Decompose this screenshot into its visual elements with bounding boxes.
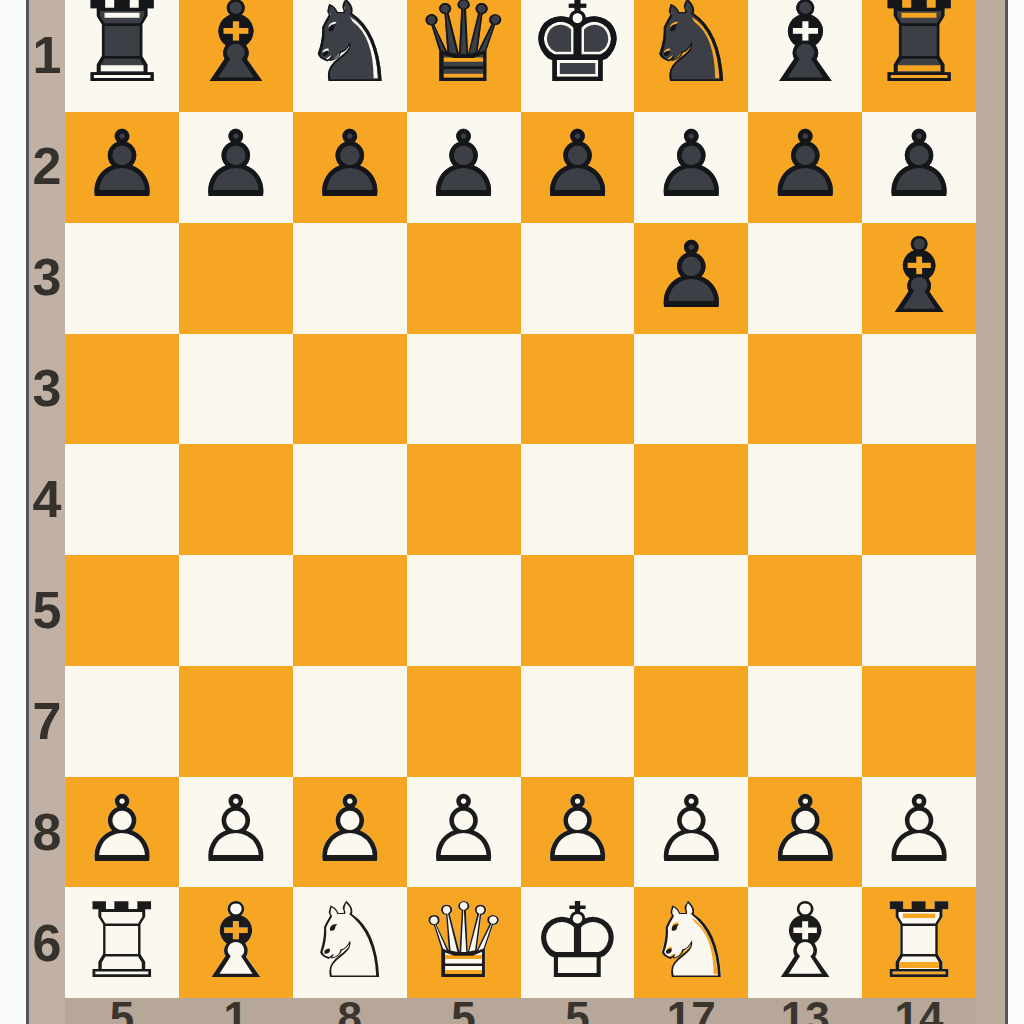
rank-label-1: 1 [33,29,62,81]
square-r3c1[interactable] [65,223,179,334]
file-label-2: 1 [224,996,248,1024]
square-r5c5[interactable] [521,444,635,555]
white-bishop-icon: ♝♗ [189,891,282,995]
square-r6c4[interactable] [407,555,521,666]
black-bishop-icon: ♝♗ [755,0,855,112]
white-pawn-icon: ♟♙ [536,786,618,878]
square-r7c8[interactable] [862,666,976,777]
square-r1c1[interactable]: ♜♖ [65,0,179,112]
square-r3c6[interactable]: ♟♙ [634,223,748,334]
black-pawn-icon: ♟♙ [764,121,846,213]
square-r6c8[interactable] [862,555,976,666]
square-r9c6[interactable]: ♞♘ [634,887,748,998]
rank-label-6: 5 [33,584,62,636]
black-queen-icon: ♛♕ [413,0,513,112]
square-r4c7[interactable] [748,334,862,445]
black-rook-icon: ♜♖ [869,0,969,112]
square-r9c7[interactable]: ♝♗ [748,887,862,998]
white-knight-icon: ♞♘ [645,891,738,995]
square-r5c8[interactable] [862,444,976,555]
black-pawn-icon: ♟♙ [422,121,504,213]
square-r5c4[interactable] [407,444,521,555]
square-r3c2[interactable] [179,223,293,334]
white-pawn-icon: ♟♙ [764,786,846,878]
rank-label-8: 8 [33,806,62,858]
white-rook-icon: ♜♖ [872,891,965,995]
white-pawn-icon: ♟♙ [878,786,960,878]
rank-label-2: 2 [33,140,62,192]
black-pawn-icon: ♟♙ [308,121,390,213]
square-r4c8[interactable] [862,334,976,445]
square-r6c2[interactable] [179,555,293,666]
square-r2c4[interactable]: ♟♙ [407,112,521,223]
square-r7c2[interactable] [179,666,293,777]
square-r9c8[interactable]: ♜♖ [862,887,976,998]
square-r9c2[interactable]: ♝♗ [179,887,293,998]
square-r6c1[interactable] [65,555,179,666]
white-pawn-icon: ♟♙ [650,786,732,878]
file-label-1: 5 [110,996,134,1024]
right-outer-margin [1008,0,1024,1024]
square-r5c6[interactable] [634,444,748,555]
square-r1c5[interactable]: ♚♔ [521,0,635,112]
square-r3c3[interactable] [293,223,407,334]
square-r7c6[interactable] [634,666,748,777]
square-r5c1[interactable] [65,444,179,555]
chess-diagram: ♜♖♝♗♞♘♛♕♚♔♞♘♝♗♜♖♟♙♟♙♟♙♟♙♟♙♟♙♟♙♟♙♟♙♝♗♟♙♟♙… [0,0,1024,1024]
square-r4c4[interactable] [407,334,521,445]
file-label-8: 14 [895,996,944,1024]
square-r2c3[interactable]: ♟♙ [293,112,407,223]
square-r2c5[interactable]: ♟♙ [521,112,635,223]
square-r4c1[interactable] [65,334,179,445]
square-r3c8[interactable]: ♝♗ [862,223,976,334]
black-bishop-icon: ♝♗ [872,226,965,330]
white-pawn-icon: ♟♙ [81,786,163,878]
file-label-6: 17 [667,996,716,1024]
white-queen-icon: ♛♕ [417,891,510,995]
square-r9c5[interactable]: ♚♔ [521,887,635,998]
white-pawn-icon: ♟♙ [308,786,390,878]
file-label-4: 5 [451,996,475,1024]
black-pawn-icon: ♟♙ [195,121,277,213]
square-r2c2[interactable]: ♟♙ [179,112,293,223]
square-r8c3[interactable]: ♟♙ [293,777,407,888]
black-knight-icon: ♞♘ [641,0,741,112]
square-r2c8[interactable]: ♟♙ [862,112,976,223]
square-r4c6[interactable] [634,334,748,445]
white-knight-icon: ♞♘ [303,891,396,995]
rank-label-7: 7 [33,695,62,747]
square-r7c7[interactable] [748,666,862,777]
square-r9c3[interactable]: ♞♘ [293,887,407,998]
black-pawn-icon: ♟♙ [536,121,618,213]
white-pawn-icon: ♟♙ [422,786,504,878]
file-label-7: 13 [781,996,830,1024]
square-r1c6[interactable]: ♞♘ [634,0,748,112]
white-rook-icon: ♜♖ [75,891,168,995]
square-r8c6[interactable]: ♟♙ [634,777,748,888]
square-r5c2[interactable] [179,444,293,555]
rank-label-4: 3 [33,362,62,414]
black-pawn-icon: ♟♙ [878,121,960,213]
square-r4c2[interactable] [179,334,293,445]
square-r1c3[interactable]: ♞♘ [293,0,407,112]
file-label-5: 5 [565,996,589,1024]
square-r7c5[interactable] [521,666,635,777]
square-r6c3[interactable] [293,555,407,666]
chess-board: ♜♖♝♗♞♘♛♕♚♔♞♘♝♗♜♖♟♙♟♙♟♙♟♙♟♙♟♙♟♙♟♙♟♙♝♗♟♙♟♙… [65,0,976,998]
square-r1c8[interactable]: ♜♖ [862,0,976,112]
square-r4c3[interactable] [293,334,407,445]
black-pawn-icon: ♟♙ [81,121,163,213]
rank-label-5: 4 [33,473,62,525]
square-r9c4[interactable]: ♛♕ [407,887,521,998]
square-r8c4[interactable]: ♟♙ [407,777,521,888]
square-r9c1[interactable]: ♜♖ [65,887,179,998]
square-r4c5[interactable] [521,334,635,445]
black-pawn-icon: ♟♙ [650,232,732,324]
square-r6c6[interactable] [634,555,748,666]
square-r7c4[interactable] [407,666,521,777]
black-pawn-icon: ♟♙ [650,121,732,213]
square-r8c5[interactable]: ♟♙ [521,777,635,888]
white-bishop-icon: ♝♗ [759,891,852,995]
rank-label-3: 3 [33,251,62,303]
square-r2c6[interactable]: ♟♙ [634,112,748,223]
square-r3c4[interactable] [407,223,521,334]
rank-label-9: 6 [33,917,62,969]
square-r6c5[interactable] [521,555,635,666]
white-king-icon: ♚♔ [531,891,624,995]
square-r7c1[interactable] [65,666,179,777]
square-r5c7[interactable] [748,444,862,555]
file-label-border [65,998,1005,1024]
square-r3c7[interactable] [748,223,862,334]
square-r2c1[interactable]: ♟♙ [65,112,179,223]
square-r3c5[interactable] [521,223,635,334]
square-r7c3[interactable] [293,666,407,777]
left-outer-margin [0,0,26,1024]
square-r1c7[interactable]: ♝♗ [748,0,862,112]
square-r8c2[interactable]: ♟♙ [179,777,293,888]
square-r5c3[interactable] [293,444,407,555]
black-king-icon: ♚♔ [527,0,627,112]
square-r8c1[interactable]: ♟♙ [65,777,179,888]
right-border [976,0,1005,1024]
square-r2c7[interactable]: ♟♙ [748,112,862,223]
black-bishop-icon: ♝♗ [186,0,286,112]
file-label-3: 8 [337,996,361,1024]
square-r8c8[interactable]: ♟♙ [862,777,976,888]
square-r1c4[interactable]: ♛♕ [407,0,521,112]
white-pawn-icon: ♟♙ [195,786,277,878]
square-r6c7[interactable] [748,555,862,666]
black-knight-icon: ♞♘ [299,0,399,112]
square-r8c7[interactable]: ♟♙ [748,777,862,888]
black-rook-icon: ♜♖ [72,0,172,112]
square-r1c2[interactable]: ♝♗ [179,0,293,112]
